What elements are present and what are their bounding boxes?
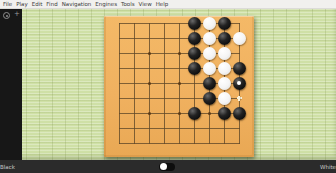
menu-item-tools[interactable]: Tools bbox=[121, 1, 135, 7]
menu-item-help[interactable]: Help bbox=[156, 1, 169, 7]
hoshi-point bbox=[178, 82, 181, 85]
record-circle-icon[interactable] bbox=[3, 12, 10, 19]
menu-item-file[interactable]: File bbox=[3, 1, 12, 7]
player-toggle[interactable] bbox=[159, 163, 175, 171]
menu-item-engines[interactable]: Engines bbox=[95, 1, 117, 7]
white-stone[interactable] bbox=[203, 32, 216, 45]
white-stone[interactable] bbox=[233, 32, 246, 45]
go-board[interactable] bbox=[104, 16, 254, 157]
menu-item-view[interactable]: View bbox=[139, 1, 152, 7]
black-stone[interactable] bbox=[203, 77, 216, 90]
white-stone[interactable] bbox=[218, 92, 231, 105]
black-stone[interactable] bbox=[218, 32, 231, 45]
grid-line bbox=[119, 143, 240, 144]
white-player-label: White bbox=[320, 164, 336, 170]
white-stone[interactable] bbox=[203, 62, 216, 75]
menu-item-find[interactable]: Find bbox=[46, 1, 57, 7]
menu-bar: FilePlayEditFindNavigationEnginesToolsVi… bbox=[0, 0, 336, 9]
black-stone[interactable] bbox=[233, 62, 246, 75]
black-stone[interactable] bbox=[233, 107, 246, 120]
cross-marker bbox=[237, 96, 242, 101]
black-stone[interactable] bbox=[218, 107, 231, 120]
black-stone[interactable] bbox=[218, 17, 231, 30]
last-move-marker bbox=[237, 81, 241, 85]
bottom-bar: Black White bbox=[0, 160, 336, 173]
sidebar: + bbox=[0, 9, 22, 160]
cross-bar bbox=[238, 96, 239, 101]
add-icon[interactable]: + bbox=[14, 11, 20, 18]
hoshi-point bbox=[178, 52, 181, 55]
hoshi-point bbox=[148, 52, 151, 55]
black-stone[interactable] bbox=[188, 32, 201, 45]
black-stone[interactable] bbox=[233, 77, 246, 90]
hoshi-point bbox=[178, 112, 181, 115]
toggle-knob[interactable] bbox=[160, 163, 167, 170]
black-stone[interactable] bbox=[188, 47, 201, 60]
menu-item-navigation[interactable]: Navigation bbox=[62, 1, 92, 7]
white-stone[interactable] bbox=[203, 17, 216, 30]
menu-item-edit[interactable]: Edit bbox=[32, 1, 43, 7]
black-player-label: Black bbox=[0, 164, 15, 170]
hoshi-point bbox=[208, 112, 211, 115]
hoshi-point bbox=[148, 82, 151, 85]
white-stone[interactable] bbox=[218, 47, 231, 60]
white-stone[interactable] bbox=[218, 77, 231, 90]
white-stone[interactable] bbox=[218, 62, 231, 75]
black-stone[interactable] bbox=[203, 92, 216, 105]
white-stone[interactable] bbox=[203, 47, 216, 60]
black-stone[interactable] bbox=[188, 62, 201, 75]
grid-line bbox=[119, 128, 240, 129]
menu-item-play[interactable]: Play bbox=[16, 1, 27, 7]
black-stone[interactable] bbox=[188, 17, 201, 30]
black-stone[interactable] bbox=[188, 107, 201, 120]
main-area bbox=[0, 9, 336, 160]
hoshi-point bbox=[148, 112, 151, 115]
